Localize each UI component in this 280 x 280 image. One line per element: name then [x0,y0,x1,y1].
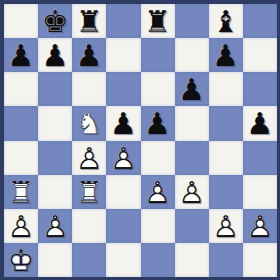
square-a7[interactable]: ♟ [4,38,38,72]
black-rook[interactable]: ♜ [76,7,103,37]
piece-outline: ♙ [144,177,171,207]
square-e6[interactable] [141,72,175,106]
square-a8[interactable] [4,4,38,38]
square-e1[interactable] [141,243,175,277]
chess-diagram: ♚♜♜♝♟♟♟♟♟♞♘♟♟♟♟♙♟♙♜♖♜♖♟♙♟♙♟♙♟♙♟♙♟♙♚♔ [0,0,280,280]
square-f5[interactable] [175,106,209,140]
white-rook[interactable]: ♜♖ [8,177,35,207]
square-a3[interactable]: ♜♖ [4,175,38,209]
square-c3[interactable]: ♜♖ [72,175,106,209]
white-pawn[interactable]: ♟♙ [76,143,103,173]
square-e5[interactable]: ♟ [141,106,175,140]
square-d5[interactable]: ♟ [106,106,140,140]
white-pawn[interactable]: ♟♙ [144,177,171,207]
piece-outline: ♙ [110,143,137,173]
square-c6[interactable] [72,72,106,106]
black-king[interactable]: ♚ [42,7,69,37]
square-d1[interactable] [106,243,140,277]
piece-outline: ♙ [178,177,205,207]
square-f8[interactable] [175,4,209,38]
white-pawn[interactable]: ♟♙ [212,211,239,241]
chess-board: ♚♜♜♝♟♟♟♟♟♞♘♟♟♟♟♙♟♙♜♖♜♖♟♙♟♙♟♙♟♙♟♙♟♙♚♔ [4,4,277,277]
square-f2[interactable] [175,209,209,243]
square-b8[interactable]: ♚ [38,4,72,38]
square-b6[interactable] [38,72,72,106]
black-pawn[interactable]: ♟ [144,109,171,139]
black-pawn[interactable]: ♟ [178,75,205,105]
square-f4[interactable] [175,141,209,175]
square-a1[interactable]: ♚♔ [4,243,38,277]
square-c5[interactable]: ♞♘ [72,106,106,140]
square-g4[interactable] [209,141,243,175]
square-h3[interactable] [243,175,277,209]
black-rook[interactable]: ♜ [144,7,171,37]
piece-outline: ♔ [8,245,35,275]
square-g2[interactable]: ♟♙ [209,209,243,243]
white-king[interactable]: ♚♔ [8,245,35,275]
square-g6[interactable] [209,72,243,106]
square-e8[interactable]: ♜ [141,4,175,38]
square-a5[interactable] [4,106,38,140]
piece-outline: ♙ [212,211,239,241]
square-b4[interactable] [38,141,72,175]
square-d7[interactable] [106,38,140,72]
square-d8[interactable] [106,4,140,38]
square-e4[interactable] [141,141,175,175]
black-bishop[interactable]: ♝ [212,7,239,37]
white-pawn[interactable]: ♟♙ [246,211,273,241]
piece-outline: ♙ [8,211,35,241]
square-a4[interactable] [4,141,38,175]
square-h7[interactable] [243,38,277,72]
square-h4[interactable] [243,141,277,175]
square-a6[interactable] [4,72,38,106]
square-b1[interactable] [38,243,72,277]
white-rook[interactable]: ♜♖ [76,177,103,207]
square-c1[interactable] [72,243,106,277]
piece-outline: ♙ [42,211,69,241]
square-f6[interactable]: ♟ [175,72,209,106]
white-pawn[interactable]: ♟♙ [110,143,137,173]
black-pawn[interactable]: ♟ [212,41,239,71]
square-c8[interactable]: ♜ [72,4,106,38]
square-g8[interactable]: ♝ [209,4,243,38]
square-e3[interactable]: ♟♙ [141,175,175,209]
black-pawn[interactable]: ♟ [42,41,69,71]
black-pawn[interactable]: ♟ [76,41,103,71]
piece-outline: ♘ [76,109,103,139]
black-pawn[interactable]: ♟ [8,41,35,71]
square-b2[interactable]: ♟♙ [38,209,72,243]
square-g7[interactable]: ♟ [209,38,243,72]
square-f7[interactable] [175,38,209,72]
square-g1[interactable] [209,243,243,277]
square-b5[interactable] [38,106,72,140]
square-d4[interactable]: ♟♙ [106,141,140,175]
square-h1[interactable] [243,243,277,277]
white-knight[interactable]: ♞♘ [76,109,103,139]
square-h2[interactable]: ♟♙ [243,209,277,243]
square-b3[interactable] [38,175,72,209]
square-b7[interactable]: ♟ [38,38,72,72]
square-e2[interactable] [141,209,175,243]
square-c4[interactable]: ♟♙ [72,141,106,175]
piece-outline: ♖ [8,177,35,207]
white-pawn[interactable]: ♟♙ [42,211,69,241]
square-a2[interactable]: ♟♙ [4,209,38,243]
square-d6[interactable] [106,72,140,106]
piece-outline: ♙ [76,143,103,173]
square-h8[interactable] [243,4,277,38]
black-pawn[interactable]: ♟ [110,109,137,139]
piece-outline: ♖ [76,177,103,207]
black-pawn[interactable]: ♟ [246,109,273,139]
square-c2[interactable] [72,209,106,243]
white-pawn[interactable]: ♟♙ [178,177,205,207]
square-g3[interactable] [209,175,243,209]
square-c7[interactable]: ♟ [72,38,106,72]
square-h5[interactable]: ♟ [243,106,277,140]
square-g5[interactable] [209,106,243,140]
square-e7[interactable] [141,38,175,72]
white-pawn[interactable]: ♟♙ [8,211,35,241]
square-d3[interactable] [106,175,140,209]
square-d2[interactable] [106,209,140,243]
square-f3[interactable]: ♟♙ [175,175,209,209]
square-f1[interactable] [175,243,209,277]
piece-outline: ♙ [246,211,273,241]
square-h6[interactable] [243,72,277,106]
